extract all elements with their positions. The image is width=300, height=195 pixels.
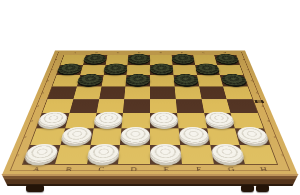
file-label-g: G bbox=[193, 51, 215, 54]
black-checker-piece-e7 bbox=[150, 64, 173, 74]
black-checker-piece-f6 bbox=[173, 74, 199, 85]
file-label-b: B bbox=[51, 165, 86, 174]
hinge-foot-left bbox=[26, 185, 44, 192]
file-label-g: G bbox=[214, 165, 249, 174]
hinge-foot-right-1 bbox=[241, 185, 254, 192]
board-front-edge bbox=[0, 174, 300, 186]
file-label-a: A bbox=[18, 165, 53, 174]
board-photo: ABCDEFGH ABCDEFGH ВСП 1122334455667788 bbox=[0, 0, 300, 195]
fold-seam bbox=[34, 99, 266, 100]
white-checker-piece-d2 bbox=[120, 127, 150, 144]
maker-stamp bbox=[254, 100, 264, 103]
file-label-c: C bbox=[107, 51, 129, 54]
black-checker-piece-d6 bbox=[126, 74, 150, 85]
black-checker-piece-d8 bbox=[128, 54, 150, 64]
file-label-e: E bbox=[150, 165, 183, 174]
file-label-h: H bbox=[246, 165, 281, 174]
file-label-d: D bbox=[117, 165, 150, 174]
file-label-f: F bbox=[182, 165, 216, 174]
file-label-c: C bbox=[84, 165, 118, 174]
file-label-a: A bbox=[64, 51, 86, 54]
hinge-foot-right-2 bbox=[256, 185, 269, 192]
black-checker-piece-f8 bbox=[172, 54, 195, 64]
file-label-e: E bbox=[150, 51, 172, 54]
checkers-board: ABCDEFGH ABCDEFGH ВСП 1122334455667788 bbox=[2, 50, 298, 175]
file-labels-bottom: ABCDEFGH bbox=[18, 165, 282, 174]
